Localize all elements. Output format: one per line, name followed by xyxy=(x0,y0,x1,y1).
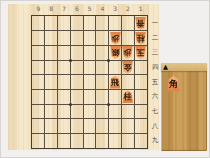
sente-marker-icon: ▲ xyxy=(163,63,168,71)
square-6g[interactable] xyxy=(70,104,83,119)
file-label: 2 xyxy=(121,5,134,12)
rank-label: 九 xyxy=(150,136,160,145)
square-7c[interactable] xyxy=(58,45,71,60)
square-2b[interactable] xyxy=(121,31,134,46)
file-label: 5 xyxy=(83,5,96,12)
rank-label: 一 xyxy=(150,19,160,28)
square-6d[interactable] xyxy=(70,60,83,75)
square-8h[interactable] xyxy=(45,119,58,134)
square-6i[interactable] xyxy=(70,133,83,148)
square-6a[interactable] xyxy=(70,16,83,31)
square-7e[interactable] xyxy=(58,75,71,90)
square-9e[interactable] xyxy=(32,75,45,90)
square-5h[interactable] xyxy=(83,119,96,134)
square-8a[interactable] xyxy=(45,16,58,31)
square-6h[interactable] xyxy=(70,119,83,134)
square-1g[interactable] xyxy=(134,104,147,119)
square-4c[interactable] xyxy=(96,45,109,60)
square-3g[interactable] xyxy=(109,104,122,119)
file-label: 3 xyxy=(109,5,122,12)
file-label: 1 xyxy=(134,5,147,12)
square-7i[interactable] xyxy=(58,133,71,148)
rank-label: 三 xyxy=(150,48,160,57)
square-5e[interactable] xyxy=(83,75,96,90)
square-1i[interactable] xyxy=(134,133,147,148)
square-4g[interactable] xyxy=(96,104,109,119)
square-1d[interactable] xyxy=(134,60,147,75)
rank-label: 七 xyxy=(150,107,160,116)
square-4f[interactable] xyxy=(96,89,109,104)
file-label: 4 xyxy=(96,5,109,12)
square-2i[interactable] xyxy=(121,133,134,148)
square-9b[interactable] xyxy=(32,31,45,46)
square-7a[interactable] xyxy=(58,16,71,31)
square-6e[interactable] xyxy=(70,75,83,90)
square-9c[interactable] xyxy=(32,45,45,60)
square-4i[interactable] xyxy=(96,133,109,148)
square-5a[interactable] xyxy=(83,16,96,31)
square-8f[interactable] xyxy=(45,89,58,104)
square-8i[interactable] xyxy=(45,133,58,148)
square-3f[interactable] xyxy=(109,89,122,104)
square-9f[interactable] xyxy=(32,89,45,104)
rank-label: 四 xyxy=(150,63,160,72)
square-2e[interactable] xyxy=(121,75,134,90)
square-1h[interactable] xyxy=(134,119,147,134)
square-3d[interactable] xyxy=(109,60,122,75)
square-5f[interactable] xyxy=(83,89,96,104)
square-7h[interactable] xyxy=(58,119,71,134)
file-label: 8 xyxy=(45,5,58,12)
square-4a[interactable] xyxy=(96,16,109,31)
square-2a[interactable] xyxy=(121,16,134,31)
rank-label: 五 xyxy=(150,78,160,87)
square-7b[interactable] xyxy=(58,31,71,46)
square-3a[interactable] xyxy=(109,16,122,31)
square-8g[interactable] xyxy=(45,104,58,119)
square-9i[interactable] xyxy=(32,133,45,148)
rank-label: 六 xyxy=(150,92,160,101)
shogi-app: 987654321一二三四五六七八九香歩桂銀歩玉金飛桂 ▲ 角 xyxy=(0,0,210,158)
square-2h[interactable] xyxy=(121,119,134,134)
square-4h[interactable] xyxy=(96,119,109,134)
square-5b[interactable] xyxy=(83,31,96,46)
square-9a[interactable] xyxy=(32,16,45,31)
square-5c[interactable] xyxy=(83,45,96,60)
square-3i[interactable] xyxy=(109,133,122,148)
square-8c[interactable] xyxy=(45,45,58,60)
square-8b[interactable] xyxy=(45,31,58,46)
square-6c[interactable] xyxy=(70,45,83,60)
square-6f[interactable] xyxy=(70,89,83,104)
square-1f[interactable] xyxy=(134,89,147,104)
hand-piece-sente[interactable]: 角 xyxy=(167,76,180,91)
square-4e[interactable] xyxy=(96,75,109,90)
file-label: 7 xyxy=(58,5,71,12)
rank-label: 二 xyxy=(150,34,160,43)
rank-label: 八 xyxy=(150,122,160,131)
square-9h[interactable] xyxy=(32,119,45,134)
square-6b[interactable] xyxy=(70,31,83,46)
square-2g[interactable] xyxy=(121,104,134,119)
square-7d[interactable] xyxy=(58,60,71,75)
file-label: 9 xyxy=(32,5,45,12)
square-7g[interactable] xyxy=(58,104,71,119)
square-1e[interactable] xyxy=(134,75,147,90)
shogi-board-grid: 987654321一二三四五六七八九香歩桂銀歩玉金飛桂 xyxy=(31,15,148,149)
square-8d[interactable] xyxy=(45,60,58,75)
square-5d[interactable] xyxy=(83,60,96,75)
square-4b[interactable] xyxy=(96,31,109,46)
square-9d[interactable] xyxy=(32,60,45,75)
square-9g[interactable] xyxy=(32,104,45,119)
square-3h[interactable] xyxy=(109,119,122,134)
file-label: 6 xyxy=(70,5,83,12)
komadai-sente-hand-tray: ▲ 角 xyxy=(161,63,207,151)
square-8e[interactable] xyxy=(45,75,58,90)
square-7f[interactable] xyxy=(58,89,71,104)
square-4d[interactable] xyxy=(96,60,109,75)
square-5i[interactable] xyxy=(83,133,96,148)
square-5g[interactable] xyxy=(83,104,96,119)
